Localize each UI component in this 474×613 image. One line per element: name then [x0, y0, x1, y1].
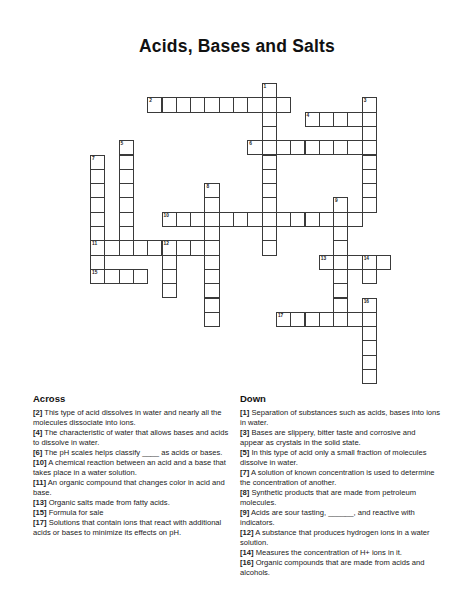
grid-cell-r9c8[interactable]: [204, 212, 219, 227]
grid-cell-r10c17[interactable]: [333, 226, 348, 241]
grid-cell-r6c2[interactable]: [119, 169, 134, 184]
grid-cell-r11c6[interactable]: [176, 240, 191, 255]
grid-cell-r9c9[interactable]: [219, 212, 234, 227]
grid-cell-r12c17[interactable]: [333, 255, 348, 270]
across-clue-number-17: [17]: [33, 518, 47, 527]
grid-cell-r1c4[interactable]: 2: [147, 97, 162, 112]
grid-cell-r2c15[interactable]: 4: [305, 112, 320, 127]
clue-number-1: 1: [264, 84, 267, 90]
grid-cell-r5c12[interactable]: [262, 155, 277, 170]
across-clue-number-10: [10]: [33, 458, 47, 467]
grid-cell-r11c12[interactable]: [262, 240, 277, 255]
down-clue-9: [9] Acids are sour tasting, ______, and …: [240, 508, 441, 528]
grid-cell-r7c2[interactable]: [119, 183, 134, 198]
down-clues-section: Down [1] Separation of substances such a…: [240, 394, 441, 578]
grid-cell-r8c0[interactable]: [90, 197, 105, 212]
down-clue-number-5: [5]: [240, 448, 249, 457]
grid-cell-r9c5[interactable]: 10: [162, 212, 177, 227]
grid-cell-r1c6[interactable]: [176, 97, 191, 112]
grid-cell-r11c7[interactable]: [190, 240, 205, 255]
grid-cell-r7c19[interactable]: [362, 183, 377, 198]
grid-cell-r4c15[interactable]: [305, 140, 320, 155]
clue-number-16: 16: [364, 299, 369, 305]
clue-number-7: 7: [92, 156, 95, 162]
grid-cell-r8c17[interactable]: 9: [333, 197, 348, 212]
grid-cell-r4c11[interactable]: 6: [247, 140, 262, 155]
down-clue-7: [7] A solution of known concentration is…: [240, 468, 441, 488]
grid-cell-r8c12[interactable]: [262, 197, 277, 212]
across-clue-number-13: [13]: [33, 498, 47, 507]
grid-cell-r14c8[interactable]: [204, 283, 219, 298]
grid-cell-r6c12[interactable]: [262, 169, 277, 184]
down-clue-3: [3] Bases are slippery, bitter taste and…: [240, 428, 441, 448]
clue-number-8: 8: [206, 184, 209, 190]
grid-cell-r16c8[interactable]: [204, 312, 219, 327]
grid-cell-r15c19[interactable]: 16: [362, 298, 377, 313]
down-clue-number-7: [7]: [240, 468, 249, 477]
clue-number-6: 6: [249, 141, 252, 147]
grid-cell-r3c19[interactable]: [362, 126, 377, 141]
clue-number-3: 3: [364, 98, 367, 104]
down-clue-number-3: [3]: [240, 428, 249, 437]
grid-cell-r1c13[interactable]: [276, 97, 291, 112]
across-header: Across: [33, 394, 232, 404]
across-clue-number-6: [6]: [33, 448, 42, 457]
grid-cell-r2c17[interactable]: [333, 112, 348, 127]
grid-cell-r4c14[interactable]: [290, 140, 305, 155]
grid-cell-r3c12[interactable]: [262, 126, 277, 141]
down-clue-5: [5] In this type of acid only a small fr…: [240, 448, 441, 468]
grid-cell-r10c12[interactable]: [262, 226, 277, 241]
grid-cell-r12c19[interactable]: 14: [362, 255, 377, 270]
grid-cell-r13c2[interactable]: [119, 269, 134, 284]
grid-cell-r19c19[interactable]: [362, 355, 377, 370]
down-clue-16: [16] Organic compounds that are made fro…: [240, 558, 441, 578]
grid-cell-r9c0[interactable]: [90, 212, 105, 227]
grid-cell-r16c17[interactable]: [333, 312, 348, 327]
across-clue-number-15: [15]: [33, 508, 47, 517]
clue-number-15: 15: [92, 270, 97, 276]
grid-cell-r4c16[interactable]: [319, 140, 334, 155]
grid-cell-r0c12[interactable]: 1: [262, 83, 277, 98]
grid-cell-r20c19[interactable]: [362, 369, 377, 384]
grid-cell-r12c20[interactable]: [376, 255, 391, 270]
across-clues-section: Across [2] This type of acid dissolves i…: [33, 394, 232, 538]
grid-cell-r1c5[interactable]: [162, 97, 177, 112]
grid-cell-r10c8[interactable]: [204, 226, 219, 241]
grid-cell-r13c5[interactable]: [162, 269, 177, 284]
down-clue-1: [1] Separation of substances such as aci…: [240, 408, 441, 428]
across-clue-6: [6] The pH scales helps classify ____ as…: [33, 448, 232, 458]
across-clue-number-2: [2]: [33, 408, 42, 417]
grid-cell-r4c19[interactable]: [362, 140, 377, 155]
across-clue-11: [11] An organic compound that changes co…: [33, 478, 232, 498]
grid-cell-r16c16[interactable]: [319, 312, 334, 327]
grid-cell-r16c18[interactable]: [347, 312, 362, 327]
down-clue-number-14: [14]: [240, 548, 254, 557]
grid-cell-r2c19[interactable]: [362, 112, 377, 127]
grid-cell-r8c2[interactable]: [119, 197, 134, 212]
grid-cell-r13c17[interactable]: [333, 269, 348, 284]
grid-cell-r12c0[interactable]: [90, 255, 105, 270]
grid-cell-r9c7[interactable]: [190, 212, 205, 227]
grid-cell-r15c8[interactable]: [204, 298, 219, 313]
down-clue-number-16: [16]: [240, 558, 254, 567]
grid-cell-r5c2[interactable]: [119, 155, 134, 170]
grid-cell-r4c13[interactable]: [276, 140, 291, 155]
grid-cell-r16c14[interactable]: [290, 312, 305, 327]
clue-number-4: 4: [307, 113, 310, 119]
grid-cell-r1c8[interactable]: [204, 97, 219, 112]
grid-cell-r12c5[interactable]: [162, 255, 177, 270]
grid-cell-r4c18[interactable]: [347, 140, 362, 155]
grid-cell-r9c17[interactable]: [333, 212, 348, 227]
clue-number-14: 14: [364, 256, 369, 262]
grid-cell-r1c19[interactable]: 3: [362, 97, 377, 112]
clue-number-5: 5: [121, 141, 124, 147]
grid-cell-r9c11[interactable]: [247, 212, 262, 227]
grid-cell-r7c12[interactable]: [262, 183, 277, 198]
down-clue-list: [1] Separation of substances such as aci…: [240, 408, 441, 578]
down-clue-12: [12] A substance that produces hydrogen …: [240, 528, 441, 548]
down-clue-number-9: [9]: [240, 508, 249, 517]
grid-cell-r1c10[interactable]: [233, 97, 248, 112]
clue-number-2: 2: [149, 98, 152, 104]
grid-cell-r13c8[interactable]: [204, 269, 219, 284]
grid-cell-r17c19[interactable]: [362, 326, 377, 341]
grid-cell-r11c4[interactable]: [147, 240, 162, 255]
grid-cell-r10c2[interactable]: [119, 226, 134, 241]
down-clue-number-8: [8]: [240, 488, 249, 497]
grid-cell-r6c19[interactable]: [362, 169, 377, 184]
across-clue-13: [13] Organic salts made from fatty acids…: [33, 498, 232, 508]
grid-cell-r16c19[interactable]: [362, 312, 377, 327]
grid-cell-r11c5[interactable]: 12: [162, 240, 177, 255]
grid-cell-r13c1[interactable]: [104, 269, 119, 284]
clue-number-12: 12: [164, 241, 169, 247]
clue-number-11: 11: [92, 241, 97, 247]
down-clue-8: [8] Synthetic products that are made fro…: [240, 488, 441, 508]
grid-cell-r16c13[interactable]: 17: [276, 312, 291, 327]
grid-cell-r11c17[interactable]: [333, 240, 348, 255]
grid-cell-r9c13[interactable]: [276, 212, 291, 227]
across-clue-number-11: [11]: [33, 478, 46, 487]
grid-cell-r1c11[interactable]: [247, 97, 262, 112]
grid-cell-r11c1[interactable]: [104, 240, 119, 255]
grid-cell-r9c10[interactable]: [233, 212, 248, 227]
grid-cell-r7c8[interactable]: 8: [204, 183, 219, 198]
down-header: Down: [240, 394, 441, 404]
grid-cell-r2c18[interactable]: [347, 112, 362, 127]
grid-cell-r9c15[interactable]: [305, 212, 320, 227]
across-clue-4: [4] The characteristic of water that all…: [33, 428, 232, 448]
grid-cell-r9c6[interactable]: [176, 212, 191, 227]
grid-cell-r5c0[interactable]: 7: [90, 155, 105, 170]
grid-cell-r1c7[interactable]: [190, 97, 205, 112]
grid-cell-r14c5[interactable]: [162, 283, 177, 298]
grid-cell-r18c19[interactable]: [362, 340, 377, 355]
down-clue-number-1: [1]: [240, 408, 249, 417]
worksheet-page: Acids, Bases and Salts 24610111213141517…: [0, 0, 474, 613]
grid-cell-r9c12[interactable]: [262, 212, 277, 227]
grid-cell-r9c18[interactable]: [347, 212, 362, 227]
across-clue-17: [17] Solutions that contain ions that re…: [33, 518, 232, 538]
grid-cell-r14c17[interactable]: [333, 283, 348, 298]
grid-cell-r12c8[interactable]: [204, 255, 219, 270]
grid-cell-r11c3[interactable]: [133, 240, 148, 255]
grid-cell-r2c16[interactable]: [319, 112, 334, 127]
grid-cell-r16c15[interactable]: [305, 312, 320, 327]
across-clue-2: [2] This type of acid dissolves in water…: [33, 408, 232, 428]
grid-cell-r8c19[interactable]: [362, 197, 377, 212]
grid-cell-r6c0[interactable]: [90, 169, 105, 184]
down-clue-14: [14] Measures the concentration of H+ io…: [240, 548, 441, 558]
grid-cell-r5c19[interactable]: [362, 155, 377, 170]
grid-cell-r4c12[interactable]: [262, 140, 277, 155]
grid-cell-r1c9[interactable]: [219, 97, 234, 112]
grid-cell-r9c16[interactable]: [319, 212, 334, 227]
grid-cell-r10c0[interactable]: [90, 226, 105, 241]
down-clue-number-12: [12]: [240, 528, 254, 537]
grid-cell-r8c8[interactable]: [204, 197, 219, 212]
grid-cell-r15c17[interactable]: [333, 298, 348, 313]
grid-cell-r13c3[interactable]: [133, 269, 148, 284]
grid-cell-r12c16[interactable]: 13: [319, 255, 334, 270]
across-clue-list: [2] This type of acid dissolves in water…: [33, 408, 232, 538]
puzzle-title: Acids, Bases and Salts: [0, 36, 474, 57]
grid-cell-r11c2[interactable]: [119, 240, 134, 255]
grid-cell-r11c0[interactable]: 11: [90, 240, 105, 255]
grid-cell-r12c18[interactable]: [347, 255, 362, 270]
grid-cell-r4c17[interactable]: [333, 140, 348, 155]
grid-cell-r9c2[interactable]: [119, 212, 134, 227]
clue-number-17: 17: [278, 313, 283, 319]
grid-cell-r2c12[interactable]: [262, 112, 277, 127]
clue-number-9: 9: [335, 198, 338, 204]
grid-cell-r11c8[interactable]: [204, 240, 219, 255]
clue-number-10: 10: [164, 213, 169, 219]
grid-cell-r1c12[interactable]: [262, 97, 277, 112]
grid-cell-r13c19[interactable]: [362, 269, 377, 284]
across-clue-number-4: [4]: [33, 428, 42, 437]
grid-cell-r9c14[interactable]: [290, 212, 305, 227]
grid-cell-r7c0[interactable]: [90, 183, 105, 198]
across-clue-15: [15] Formula for sale: [33, 508, 232, 518]
grid-cell-r4c2[interactable]: 5: [119, 140, 134, 155]
across-clue-10: [10] A chemical reaction between an acid…: [33, 458, 232, 478]
grid-cell-r13c0[interactable]: 15: [90, 269, 105, 284]
clue-number-13: 13: [321, 256, 326, 262]
